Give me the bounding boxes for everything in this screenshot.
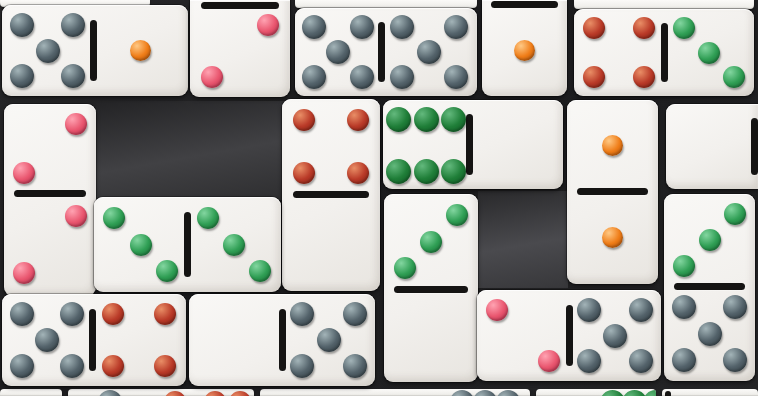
divider-bar	[661, 23, 668, 82]
domino-4-0[interactable]	[282, 99, 380, 291]
pip-5	[60, 302, 84, 326]
domino-3-5[interactable]	[664, 194, 755, 381]
pip-2	[486, 299, 508, 321]
pip-4	[154, 355, 176, 377]
pip-4	[154, 303, 176, 325]
pip-3	[223, 234, 245, 256]
pip-4	[102, 303, 124, 325]
divider-bar	[90, 20, 97, 82]
pip-2	[13, 262, 35, 284]
board	[0, 0, 758, 396]
partial-domino[interactable]	[0, 389, 62, 396]
table-gap	[478, 191, 568, 288]
pip-3	[724, 203, 746, 225]
pip-5	[577, 298, 601, 322]
domino-5-5[interactable]	[295, 8, 477, 96]
pip-5	[390, 15, 414, 39]
pip-3	[420, 231, 442, 253]
pip-3	[673, 17, 695, 39]
pip-5	[343, 354, 367, 378]
pip-6	[386, 107, 411, 132]
pip-5	[450, 390, 474, 396]
table-gap	[96, 101, 284, 200]
divider-bar	[184, 212, 191, 277]
pip-6	[643, 390, 657, 396]
domino-cut-1[interactable]	[482, 0, 567, 96]
pip-4	[102, 355, 124, 377]
pip-6	[600, 390, 625, 396]
pip-2	[65, 113, 87, 135]
divider-bar	[293, 191, 369, 198]
pip-3	[197, 207, 219, 229]
pip-3	[103, 207, 125, 229]
pip-5	[10, 13, 34, 37]
pip-6	[414, 159, 439, 184]
partial-domino[interactable]	[260, 389, 530, 396]
pip-5	[417, 40, 441, 64]
pip-6	[622, 390, 647, 396]
divider-bar	[665, 391, 671, 396]
pip-2	[201, 66, 223, 88]
pip-4	[633, 17, 655, 39]
pip-4	[583, 66, 605, 88]
divider-bar	[14, 190, 86, 197]
pip-3	[698, 42, 720, 64]
pip-4	[204, 391, 226, 396]
pip-3	[249, 260, 271, 282]
pip-5	[698, 322, 722, 346]
divider-bar	[89, 309, 96, 372]
pip-5	[672, 348, 696, 372]
pip-3	[673, 255, 695, 277]
partial-domino[interactable]	[574, 0, 754, 9]
pip-1	[602, 227, 623, 248]
pip-4	[633, 66, 655, 88]
domino-6-0[interactable]	[383, 100, 563, 189]
pip-6	[441, 107, 466, 132]
pip-5	[496, 390, 520, 396]
pip-5	[343, 302, 367, 326]
pip-4	[293, 109, 315, 131]
divider-bar	[751, 118, 758, 176]
divider-bar	[378, 22, 385, 82]
domino-cut-2[interactable]	[190, 0, 290, 97]
pip-5	[723, 348, 747, 372]
pip-5	[61, 13, 85, 37]
divider-bar	[201, 2, 279, 9]
pip-5	[350, 65, 374, 89]
divider-bar	[466, 114, 473, 175]
divider-bar	[491, 1, 557, 8]
pip-2	[13, 162, 35, 184]
pip-5	[390, 65, 414, 89]
pip-5	[723, 295, 747, 319]
pip-4	[164, 391, 186, 396]
pip-3	[394, 257, 416, 279]
domino-2-5[interactable]	[477, 290, 661, 381]
pip-5	[577, 349, 601, 373]
divider-bar	[674, 283, 745, 290]
partial-domino[interactable]	[295, 0, 477, 8]
pip-2	[538, 350, 560, 372]
pip-5	[473, 390, 497, 396]
pip-5	[629, 298, 653, 322]
domino-3-0[interactable]	[384, 194, 478, 382]
divider-bar	[566, 305, 573, 367]
pip-5	[350, 15, 374, 39]
pip-5	[629, 349, 653, 373]
partial-domino[interactable]	[536, 389, 656, 396]
divider-bar	[279, 309, 286, 372]
pip-5	[317, 328, 341, 352]
pip-5	[444, 65, 468, 89]
pip-2	[257, 14, 279, 36]
pip-1	[514, 40, 535, 61]
pip-5	[444, 15, 468, 39]
domino-0-cut[interactable]	[666, 104, 758, 189]
pip-1	[602, 135, 623, 156]
domino-1-1[interactable]	[567, 100, 658, 284]
pip-4	[583, 17, 605, 39]
pip-5	[10, 64, 34, 88]
domino-0-5[interactable]	[189, 294, 375, 386]
partial-domino[interactable]	[68, 389, 254, 396]
pip-5	[603, 324, 627, 348]
pip-6	[386, 159, 411, 184]
pip-3	[156, 260, 178, 282]
pip-5	[302, 65, 326, 89]
pip-5	[60, 354, 84, 378]
pip-2	[65, 205, 87, 227]
pip-3	[699, 229, 721, 251]
pip-5	[36, 39, 60, 63]
pip-5	[61, 64, 85, 88]
pip-4	[347, 162, 369, 184]
pip-3	[130, 234, 152, 256]
pip-3	[723, 66, 745, 88]
pip-5	[290, 354, 314, 378]
pip-3	[446, 204, 468, 226]
pip-6	[414, 107, 439, 132]
divider-bar	[577, 188, 648, 195]
pip-4	[229, 391, 251, 396]
pip-5	[302, 15, 326, 39]
divider-bar	[394, 286, 467, 293]
domino-4-3[interactable]	[574, 9, 754, 96]
pip-5	[98, 390, 122, 396]
pip-5	[672, 295, 696, 319]
pip-5	[35, 328, 59, 352]
pip-4	[347, 109, 369, 131]
domino-5-4[interactable]	[2, 294, 186, 386]
domino-3-3[interactable]	[94, 197, 281, 292]
domino-2-2[interactable]	[4, 104, 96, 296]
domino-5-1[interactable]	[2, 5, 188, 96]
pip-5	[10, 354, 34, 378]
pip-6	[441, 159, 466, 184]
pip-4	[293, 162, 315, 184]
pip-5	[326, 40, 350, 64]
pip-1	[130, 40, 151, 61]
pip-5	[290, 302, 314, 326]
partial-domino[interactable]	[662, 389, 758, 396]
pip-5	[10, 302, 34, 326]
